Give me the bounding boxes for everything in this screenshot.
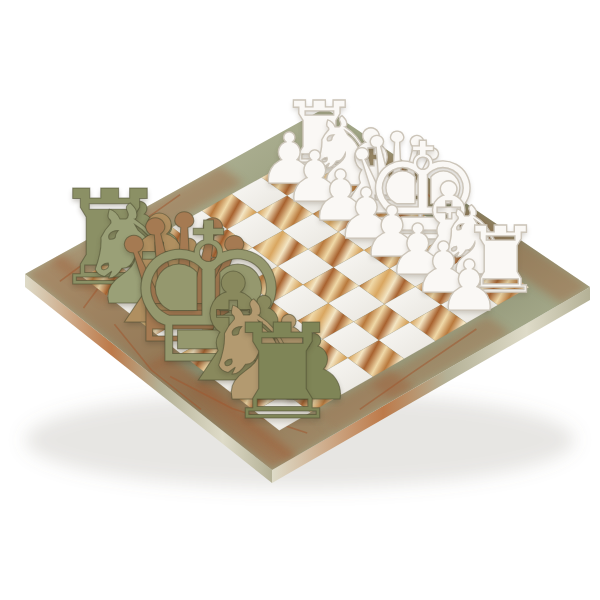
piece-white-pawn[interactable]: ♟ [438, 251, 501, 321]
chess-set-photo: ♜♞♝♛♚♝♞♜♟♟♟♟♟♟♟♟♟♟♟♟♟♟♟♟♜♞♝♛♚♝♞♜ [0, 0, 600, 600]
piece-green-rook[interactable]: ♜ [223, 306, 341, 438]
